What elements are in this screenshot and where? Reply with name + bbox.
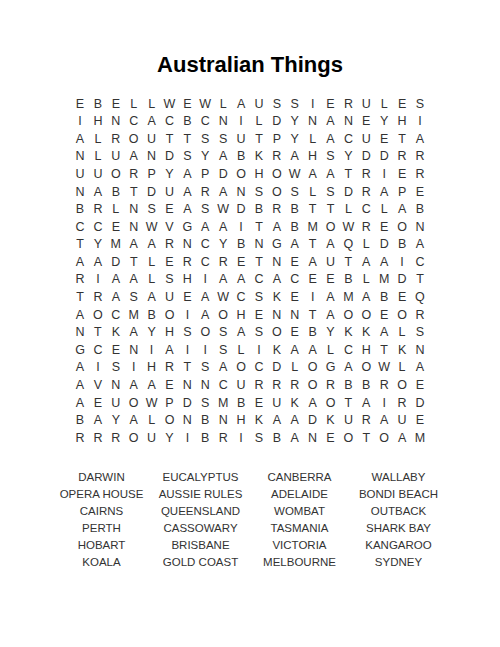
grid-cell[interactable]: S: [214, 130, 232, 148]
grid-cell[interactable]: H: [393, 113, 411, 131]
grid-cell[interactable]: S: [322, 148, 340, 166]
grid-cell[interactable]: B: [339, 271, 357, 289]
grid-cell[interactable]: D: [393, 271, 411, 289]
grid-cell[interactable]: N: [304, 429, 322, 447]
grid-cell[interactable]: E: [304, 271, 322, 289]
grid-cell[interactable]: C: [411, 253, 429, 271]
grid-cell[interactable]: O: [393, 377, 411, 395]
grid-cell[interactable]: E: [411, 412, 429, 430]
grid-cell[interactable]: O: [125, 130, 143, 148]
grid-cell[interactable]: C: [125, 113, 143, 131]
grid-cell[interactable]: Y: [339, 148, 357, 166]
grid-cell[interactable]: A: [304, 341, 322, 359]
grid-cell[interactable]: O: [161, 412, 179, 430]
grid-cell[interactable]: G: [268, 236, 286, 254]
grid-cell[interactable]: A: [286, 148, 304, 166]
grid-cell[interactable]: U: [357, 130, 375, 148]
grid-cell[interactable]: S: [107, 359, 125, 377]
grid-cell[interactable]: A: [143, 236, 161, 254]
grid-cell[interactable]: B: [286, 218, 304, 236]
grid-cell[interactable]: S: [214, 324, 232, 342]
grid-cell[interactable]: T: [339, 253, 357, 271]
grid-cell[interactable]: S: [268, 95, 286, 113]
grid-cell[interactable]: O: [339, 306, 357, 324]
grid-cell[interactable]: B: [393, 236, 411, 254]
grid-cell[interactable]: U: [339, 412, 357, 430]
grid-cell[interactable]: A: [178, 165, 196, 183]
grid-cell[interactable]: A: [214, 183, 232, 201]
grid-cell[interactable]: T: [250, 253, 268, 271]
grid-cell[interactable]: E: [107, 341, 125, 359]
grid-cell[interactable]: A: [125, 412, 143, 430]
grid-cell[interactable]: A: [322, 306, 340, 324]
grid-cell[interactable]: C: [250, 359, 268, 377]
grid-cell[interactable]: N: [250, 236, 268, 254]
grid-cell[interactable]: O: [357, 306, 375, 324]
grid-cell[interactable]: T: [71, 289, 89, 307]
grid-cell[interactable]: A: [178, 183, 196, 201]
grid-cell[interactable]: E: [322, 429, 340, 447]
grid-cell[interactable]: M: [107, 236, 125, 254]
grid-cell[interactable]: A: [89, 183, 107, 201]
grid-cell[interactable]: B: [143, 306, 161, 324]
grid-cell[interactable]: R: [71, 271, 89, 289]
grid-cell[interactable]: I: [375, 165, 393, 183]
grid-cell[interactable]: Y: [89, 236, 107, 254]
grid-cell[interactable]: O: [268, 324, 286, 342]
grid-cell[interactable]: D: [357, 148, 375, 166]
grid-cell[interactable]: U: [143, 130, 161, 148]
grid-cell[interactable]: C: [339, 130, 357, 148]
grid-cell[interactable]: L: [393, 324, 411, 342]
grid-cell[interactable]: L: [393, 359, 411, 377]
grid-cell[interactable]: E: [178, 289, 196, 307]
grid-cell[interactable]: S: [214, 341, 232, 359]
grid-cell[interactable]: U: [143, 429, 161, 447]
grid-cell[interactable]: T: [375, 341, 393, 359]
grid-cell[interactable]: L: [143, 253, 161, 271]
grid-cell[interactable]: Y: [322, 324, 340, 342]
grid-cell[interactable]: R: [393, 148, 411, 166]
grid-cell[interactable]: A: [411, 130, 429, 148]
grid-cell[interactable]: W: [196, 95, 214, 113]
grid-cell[interactable]: H: [89, 113, 107, 131]
grid-cell[interactable]: E: [250, 306, 268, 324]
grid-cell[interactable]: C: [107, 306, 125, 324]
grid-cell[interactable]: C: [196, 113, 214, 131]
grid-cell[interactable]: A: [107, 289, 125, 307]
grid-cell[interactable]: G: [71, 341, 89, 359]
grid-cell[interactable]: V: [89, 377, 107, 395]
grid-cell[interactable]: B: [232, 148, 250, 166]
grid-cell[interactable]: R: [214, 253, 232, 271]
grid-cell[interactable]: D: [375, 148, 393, 166]
grid-cell[interactable]: E: [411, 183, 429, 201]
grid-cell[interactable]: W: [286, 165, 304, 183]
grid-cell[interactable]: B: [286, 201, 304, 219]
grid-cell[interactable]: A: [268, 412, 286, 430]
grid-cell[interactable]: Q: [339, 236, 357, 254]
grid-cell[interactable]: E: [286, 253, 304, 271]
grid-cell[interactable]: N: [71, 324, 89, 342]
grid-cell[interactable]: E: [107, 95, 125, 113]
grid-cell[interactable]: A: [89, 253, 107, 271]
grid-cell[interactable]: C: [161, 113, 179, 131]
grid-cell[interactable]: R: [286, 377, 304, 395]
grid-cell[interactable]: N: [214, 113, 232, 131]
grid-cell[interactable]: W: [375, 359, 393, 377]
grid-cell[interactable]: U: [71, 165, 89, 183]
grid-cell[interactable]: P: [161, 394, 179, 412]
grid-cell[interactable]: R: [411, 306, 429, 324]
grid-cell[interactable]: N: [232, 183, 250, 201]
grid-cell[interactable]: L: [143, 271, 161, 289]
grid-cell[interactable]: C: [196, 236, 214, 254]
grid-cell[interactable]: D: [161, 148, 179, 166]
grid-cell[interactable]: T: [304, 306, 322, 324]
grid-cell[interactable]: A: [196, 306, 214, 324]
grid-cell[interactable]: L: [143, 95, 161, 113]
grid-cell[interactable]: T: [322, 201, 340, 219]
grid-cell[interactable]: R: [357, 218, 375, 236]
grid-cell[interactable]: L: [339, 201, 357, 219]
grid-cell[interactable]: I: [393, 253, 411, 271]
grid-cell[interactable]: S: [196, 130, 214, 148]
grid-cell[interactable]: K: [268, 289, 286, 307]
grid-cell[interactable]: A: [71, 359, 89, 377]
grid-cell[interactable]: C: [357, 201, 375, 219]
grid-cell[interactable]: A: [143, 113, 161, 131]
grid-cell[interactable]: E: [161, 377, 179, 395]
grid-cell[interactable]: C: [286, 271, 304, 289]
grid-cell[interactable]: E: [250, 394, 268, 412]
grid-cell[interactable]: B: [232, 394, 250, 412]
grid-cell[interactable]: S: [178, 324, 196, 342]
grid-cell[interactable]: U: [107, 394, 125, 412]
grid-cell[interactable]: A: [214, 359, 232, 377]
grid-cell[interactable]: N: [125, 341, 143, 359]
grid-cell[interactable]: I: [125, 359, 143, 377]
grid-cell[interactable]: R: [250, 377, 268, 395]
grid-cell[interactable]: O: [357, 359, 375, 377]
grid-cell[interactable]: R: [322, 377, 340, 395]
grid-cell[interactable]: U: [357, 95, 375, 113]
grid-cell[interactable]: N: [214, 412, 232, 430]
grid-cell[interactable]: A: [214, 148, 232, 166]
grid-cell[interactable]: L: [357, 236, 375, 254]
grid-cell[interactable]: A: [268, 218, 286, 236]
grid-cell[interactable]: O: [339, 429, 357, 447]
grid-cell[interactable]: K: [339, 324, 357, 342]
grid-cell[interactable]: Y: [375, 113, 393, 131]
grid-cell[interactable]: A: [178, 201, 196, 219]
grid-cell[interactable]: N: [125, 201, 143, 219]
grid-cell[interactable]: S: [286, 183, 304, 201]
grid-cell[interactable]: E: [357, 113, 375, 131]
grid-cell[interactable]: A: [125, 324, 143, 342]
grid-cell[interactable]: A: [125, 377, 143, 395]
grid-cell[interactable]: N: [107, 377, 125, 395]
grid-cell[interactable]: K: [322, 412, 340, 430]
grid-cell[interactable]: R: [214, 429, 232, 447]
grid-cell[interactable]: T: [250, 130, 268, 148]
grid-cell[interactable]: I: [375, 394, 393, 412]
grid-cell[interactable]: A: [125, 148, 143, 166]
grid-cell[interactable]: W: [339, 218, 357, 236]
grid-cell[interactable]: D: [214, 165, 232, 183]
grid-cell[interactable]: I: [232, 429, 250, 447]
grid-cell[interactable]: I: [71, 113, 89, 131]
grid-cell[interactable]: K: [268, 341, 286, 359]
grid-cell[interactable]: T: [357, 429, 375, 447]
grid-cell[interactable]: I: [232, 218, 250, 236]
grid-cell[interactable]: H: [357, 341, 375, 359]
grid-cell[interactable]: R: [89, 289, 107, 307]
grid-cell[interactable]: O: [393, 218, 411, 236]
grid-cell[interactable]: T: [89, 324, 107, 342]
grid-cell[interactable]: T: [393, 130, 411, 148]
grid-cell[interactable]: A: [125, 236, 143, 254]
grid-cell[interactable]: V: [161, 218, 179, 236]
grid-cell[interactable]: H: [232, 412, 250, 430]
grid-cell[interactable]: T: [250, 218, 268, 236]
grid-cell[interactable]: A: [375, 183, 393, 201]
grid-cell[interactable]: R: [411, 148, 429, 166]
grid-cell[interactable]: B: [89, 95, 107, 113]
grid-cell[interactable]: N: [107, 113, 125, 131]
grid-cell[interactable]: S: [125, 289, 143, 307]
grid-cell[interactable]: N: [143, 148, 161, 166]
grid-cell[interactable]: H: [178, 271, 196, 289]
grid-cell[interactable]: N: [178, 377, 196, 395]
grid-cell[interactable]: O: [268, 165, 286, 183]
grid-cell[interactable]: A: [393, 201, 411, 219]
grid-cell[interactable]: R: [268, 148, 286, 166]
grid-cell[interactable]: E: [322, 271, 340, 289]
grid-cell[interactable]: Y: [286, 130, 304, 148]
grid-cell[interactable]: O: [304, 359, 322, 377]
grid-cell[interactable]: Y: [107, 412, 125, 430]
grid-cell[interactable]: A: [232, 95, 250, 113]
grid-cell[interactable]: D: [232, 201, 250, 219]
grid-cell[interactable]: M: [375, 271, 393, 289]
grid-cell[interactable]: R: [89, 201, 107, 219]
grid-cell[interactable]: A: [71, 253, 89, 271]
grid-cell[interactable]: C: [89, 218, 107, 236]
grid-cell[interactable]: L: [375, 201, 393, 219]
grid-cell[interactable]: W: [161, 95, 179, 113]
grid-cell[interactable]: K: [286, 394, 304, 412]
grid-cell[interactable]: Y: [161, 165, 179, 183]
grid-cell[interactable]: A: [357, 394, 375, 412]
grid-cell[interactable]: R: [393, 394, 411, 412]
grid-cell[interactable]: B: [196, 412, 214, 430]
grid-cell[interactable]: A: [393, 429, 411, 447]
grid-cell[interactable]: E: [232, 253, 250, 271]
grid-cell[interactable]: O: [232, 359, 250, 377]
grid-cell[interactable]: N: [178, 236, 196, 254]
grid-cell[interactable]: B: [268, 429, 286, 447]
grid-cell[interactable]: L: [357, 271, 375, 289]
grid-cell[interactable]: L: [89, 148, 107, 166]
grid-cell[interactable]: N: [268, 306, 286, 324]
grid-cell[interactable]: A: [71, 130, 89, 148]
grid-cell[interactable]: S: [196, 201, 214, 219]
grid-cell[interactable]: A: [286, 341, 304, 359]
grid-cell[interactable]: S: [322, 183, 340, 201]
grid-cell[interactable]: R: [357, 183, 375, 201]
grid-cell[interactable]: N: [196, 377, 214, 395]
grid-cell[interactable]: B: [178, 113, 196, 131]
grid-cell[interactable]: C: [214, 377, 232, 395]
grid-cell[interactable]: M: [411, 429, 429, 447]
grid-cell[interactable]: E: [375, 218, 393, 236]
grid-cell[interactable]: S: [411, 324, 429, 342]
grid-cell[interactable]: S: [250, 183, 268, 201]
grid-cell[interactable]: I: [250, 341, 268, 359]
grid-cell[interactable]: U: [322, 253, 340, 271]
grid-cell[interactable]: M: [339, 289, 357, 307]
grid-cell[interactable]: S: [250, 429, 268, 447]
grid-cell[interactable]: H: [232, 306, 250, 324]
grid-cell[interactable]: U: [268, 394, 286, 412]
grid-cell[interactable]: I: [178, 341, 196, 359]
grid-cell[interactable]: R: [107, 130, 125, 148]
grid-cell[interactable]: K: [393, 341, 411, 359]
grid-cell[interactable]: R: [375, 377, 393, 395]
grid-cell[interactable]: A: [304, 253, 322, 271]
grid-cell[interactable]: C: [339, 341, 357, 359]
grid-cell[interactable]: A: [357, 253, 375, 271]
grid-cell[interactable]: B: [357, 377, 375, 395]
grid-cell[interactable]: H: [143, 359, 161, 377]
grid-cell[interactable]: D: [143, 183, 161, 201]
grid-cell[interactable]: P: [143, 165, 161, 183]
grid-cell[interactable]: N: [411, 218, 429, 236]
grid-cell[interactable]: A: [286, 429, 304, 447]
grid-cell[interactable]: S: [196, 359, 214, 377]
grid-cell[interactable]: E: [161, 253, 179, 271]
grid-cell[interactable]: O: [125, 394, 143, 412]
grid-cell[interactable]: D: [178, 394, 196, 412]
grid-cell[interactable]: A: [322, 236, 340, 254]
grid-cell[interactable]: A: [411, 359, 429, 377]
grid-cell[interactable]: E: [322, 95, 340, 113]
grid-cell[interactable]: K: [250, 148, 268, 166]
grid-cell[interactable]: L: [250, 113, 268, 131]
grid-cell[interactable]: C: [89, 341, 107, 359]
grid-cell[interactable]: N: [339, 113, 357, 131]
grid-cell[interactable]: U: [161, 183, 179, 201]
grid-cell[interactable]: E: [411, 377, 429, 395]
grid-cell[interactable]: A: [161, 341, 179, 359]
grid-cell[interactable]: A: [232, 324, 250, 342]
grid-cell[interactable]: L: [304, 130, 322, 148]
grid-cell[interactable]: H: [250, 165, 268, 183]
grid-cell[interactable]: R: [71, 429, 89, 447]
grid-cell[interactable]: G: [178, 218, 196, 236]
grid-cell[interactable]: Y: [161, 429, 179, 447]
grid-cell[interactable]: O: [232, 165, 250, 183]
grid-cell[interactable]: D: [268, 113, 286, 131]
grid-cell[interactable]: D: [375, 236, 393, 254]
grid-cell[interactable]: N: [71, 148, 89, 166]
grid-cell[interactable]: A: [322, 130, 340, 148]
grid-cell[interactable]: A: [411, 236, 429, 254]
grid-cell[interactable]: A: [304, 165, 322, 183]
grid-cell[interactable]: O: [214, 306, 232, 324]
grid-cell[interactable]: T: [178, 130, 196, 148]
grid-cell[interactable]: N: [304, 113, 322, 131]
grid-cell[interactable]: R: [357, 165, 375, 183]
grid-cell[interactable]: B: [411, 201, 429, 219]
grid-cell[interactable]: E: [107, 218, 125, 236]
grid-cell[interactable]: I: [304, 95, 322, 113]
grid-cell[interactable]: E: [393, 289, 411, 307]
grid-cell[interactable]: S: [286, 95, 304, 113]
grid-cell[interactable]: T: [304, 201, 322, 219]
grid-cell[interactable]: A: [268, 271, 286, 289]
grid-cell[interactable]: A: [375, 324, 393, 342]
grid-cell[interactable]: S: [178, 148, 196, 166]
grid-cell[interactable]: A: [375, 253, 393, 271]
grid-cell[interactable]: M: [304, 218, 322, 236]
grid-cell[interactable]: E: [89, 394, 107, 412]
grid-cell[interactable]: E: [161, 201, 179, 219]
grid-cell[interactable]: T: [339, 165, 357, 183]
grid-cell[interactable]: N: [411, 341, 429, 359]
grid-cell[interactable]: R: [161, 359, 179, 377]
grid-cell[interactable]: R: [339, 95, 357, 113]
grid-cell[interactable]: A: [357, 289, 375, 307]
grid-cell[interactable]: O: [375, 429, 393, 447]
grid-cell[interactable]: W: [214, 289, 232, 307]
grid-cell[interactable]: E: [375, 306, 393, 324]
grid-cell[interactable]: A: [71, 394, 89, 412]
grid-cell[interactable]: A: [143, 289, 161, 307]
grid-cell[interactable]: T: [411, 271, 429, 289]
grid-cell[interactable]: R: [268, 377, 286, 395]
grid-cell[interactable]: B: [304, 324, 322, 342]
grid-cell[interactable]: O: [304, 377, 322, 395]
grid-cell[interactable]: O: [161, 306, 179, 324]
grid-cell[interactable]: D: [107, 253, 125, 271]
grid-cell[interactable]: I: [304, 289, 322, 307]
grid-cell[interactable]: B: [107, 183, 125, 201]
grid-cell[interactable]: A: [232, 271, 250, 289]
grid-cell[interactable]: M: [125, 306, 143, 324]
grid-cell[interactable]: G: [322, 359, 340, 377]
grid-cell[interactable]: O: [196, 324, 214, 342]
grid-cell[interactable]: N: [125, 218, 143, 236]
grid-cell[interactable]: W: [214, 201, 232, 219]
grid-cell[interactable]: D: [339, 183, 357, 201]
grid-cell[interactable]: S: [250, 324, 268, 342]
grid-cell[interactable]: R: [107, 429, 125, 447]
grid-cell[interactable]: Y: [196, 148, 214, 166]
grid-cell[interactable]: Y: [214, 236, 232, 254]
grid-cell[interactable]: R: [357, 412, 375, 430]
grid-cell[interactable]: N: [268, 253, 286, 271]
grid-cell[interactable]: E: [71, 95, 89, 113]
grid-cell[interactable]: U: [250, 95, 268, 113]
grid-cell[interactable]: T: [161, 130, 179, 148]
grid-cell[interactable]: R: [268, 201, 286, 219]
grid-cell[interactable]: B: [250, 201, 268, 219]
grid-cell[interactable]: D: [304, 412, 322, 430]
grid-cell[interactable]: L: [232, 341, 250, 359]
grid-cell[interactable]: T: [71, 236, 89, 254]
